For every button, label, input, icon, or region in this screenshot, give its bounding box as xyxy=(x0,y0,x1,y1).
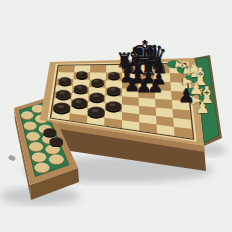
white-checker[interactable] xyxy=(35,163,50,172)
checker-highlight xyxy=(75,100,81,103)
checker-highlight xyxy=(94,80,99,83)
square-g4[interactable] xyxy=(155,99,172,109)
checker-highlight xyxy=(110,73,115,75)
checker-highlight xyxy=(109,103,115,106)
checker-highlight xyxy=(78,72,83,74)
checker-highlight xyxy=(77,86,82,89)
drawer-knob[interactable] xyxy=(9,155,16,161)
product-photo-chess-draughts-set: ♜♝♚♛♞♝♜♞♟♟♟♟♟♟♟♟♞♝♟♝♟♝♞♟♜♟ xyxy=(0,0,232,232)
checker-highlight xyxy=(57,105,64,108)
black-checker[interactable] xyxy=(76,71,88,78)
square-f4[interactable] xyxy=(139,98,156,108)
white-checker[interactable] xyxy=(32,153,46,162)
white-checker[interactable] xyxy=(49,155,63,164)
black-checker[interactable] xyxy=(50,137,64,145)
square-a8[interactable] xyxy=(58,66,75,73)
square-c8[interactable] xyxy=(90,65,106,73)
black-checker[interactable] xyxy=(59,77,72,84)
white-checker[interactable] xyxy=(21,112,33,119)
checker-highlight xyxy=(59,92,65,95)
black-checker[interactable] xyxy=(91,79,104,86)
white-checker[interactable] xyxy=(27,132,40,140)
white-pawn[interactable]: ♟ xyxy=(195,100,209,116)
black-pawn[interactable]: ♟ xyxy=(147,77,163,95)
checker-highlight xyxy=(93,94,99,97)
square-e4[interactable] xyxy=(122,97,139,106)
white-checker[interactable] xyxy=(24,122,36,130)
checker-highlight xyxy=(110,88,115,91)
white-checker[interactable] xyxy=(29,142,42,150)
black-pawn[interactable]: ♟ xyxy=(178,86,195,105)
checker-highlight xyxy=(92,109,99,112)
black-checker[interactable] xyxy=(43,128,56,136)
checker-highlight xyxy=(61,78,66,81)
